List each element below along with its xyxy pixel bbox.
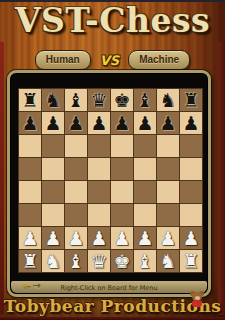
square-g5[interactable]: [157, 158, 179, 180]
square-b4[interactable]: [42, 181, 64, 203]
square-a6[interactable]: [19, 135, 41, 157]
right-wood-edge-strip: [218, 42, 225, 315]
square-h4[interactable]: [180, 181, 202, 203]
white-piece[interactable]: ♟: [134, 227, 156, 249]
square-d3[interactable]: [88, 204, 110, 226]
undo-move-arrow-icon[interactable]: ←: [23, 280, 32, 291]
square-g7[interactable]: ♟: [157, 112, 179, 134]
square-c8[interactable]: ♝: [65, 89, 87, 111]
square-d5[interactable]: [88, 158, 110, 180]
square-d7[interactable]: ♟: [88, 112, 110, 134]
square-g8[interactable]: ♞: [157, 89, 179, 111]
square-f4[interactable]: [134, 181, 156, 203]
black-piece[interactable]: ♟: [65, 112, 87, 134]
black-piece[interactable]: ♜: [19, 89, 41, 111]
square-a7[interactable]: ♟: [19, 112, 41, 134]
square-b1[interactable]: ♞: [42, 250, 64, 272]
square-h7[interactable]: ♟: [180, 112, 202, 134]
square-a1[interactable]: ♜: [19, 250, 41, 272]
white-piece[interactable]: ♟: [111, 227, 133, 249]
square-a3[interactable]: [19, 204, 41, 226]
square-d1[interactable]: ♛: [88, 250, 110, 272]
left-wood-edge-strip: [0, 42, 4, 315]
square-f1[interactable]: ♝: [134, 250, 156, 272]
square-c6[interactable]: [65, 135, 87, 157]
white-piece[interactable]: ♟: [42, 227, 64, 249]
square-f8[interactable]: ♝: [134, 89, 156, 111]
black-piece[interactable]: ♜: [180, 89, 202, 111]
black-piece[interactable]: ♞: [42, 89, 64, 111]
white-piece[interactable]: ♟: [157, 227, 179, 249]
chess-board: ♜♞♝♛♚♝♞♜♟♟♟♟♟♟♟♟♟♟♟♟♟♟♟♟♜♞♝♛♚♝♞♜: [18, 88, 203, 273]
black-piece[interactable]: ♟: [88, 112, 110, 134]
square-h2[interactable]: ♟: [180, 227, 202, 249]
square-e3[interactable]: [111, 204, 133, 226]
square-g2[interactable]: ♟: [157, 227, 179, 249]
square-c2[interactable]: ♟: [65, 227, 87, 249]
square-g1[interactable]: ♞: [157, 250, 179, 272]
board-panel: ♜♞♝♛♚♝♞♜♟♟♟♟♟♟♟♟♟♟♟♟♟♟♟♟♜♞♝♛♚♝♞♜ ←→ Righ…: [7, 70, 211, 297]
black-piece[interactable]: ♟: [134, 112, 156, 134]
square-d6[interactable]: [88, 135, 110, 157]
white-piece[interactable]: ♚: [111, 250, 133, 272]
white-piece[interactable]: ♟: [19, 227, 41, 249]
black-piece[interactable]: ♟: [157, 112, 179, 134]
app-title: VST-Chess: [0, 1, 225, 40]
black-piece[interactable]: ♞: [157, 89, 179, 111]
status-bar: ←→ Right-Click on Board for Menu: [11, 281, 207, 293]
square-g6[interactable]: [157, 135, 179, 157]
square-f5[interactable]: [134, 158, 156, 180]
square-d2[interactable]: ♟: [88, 227, 110, 249]
square-e7[interactable]: ♟: [111, 112, 133, 134]
square-e6[interactable]: [111, 135, 133, 157]
black-piece[interactable]: ♟: [42, 112, 64, 134]
square-f3[interactable]: [134, 204, 156, 226]
machine-player-button[interactable]: Machine: [128, 50, 190, 70]
white-piece[interactable]: ♜: [19, 250, 41, 272]
square-d8[interactable]: ♛: [88, 89, 110, 111]
square-h5[interactable]: [180, 158, 202, 180]
white-piece[interactable]: ♟: [65, 227, 87, 249]
black-piece[interactable]: ♛: [88, 89, 110, 111]
square-c1[interactable]: ♝: [65, 250, 87, 272]
teddy-bear-icon: [190, 291, 204, 307]
square-f2[interactable]: ♟: [134, 227, 156, 249]
move-nav-arrows: ←→: [23, 280, 42, 291]
white-piece[interactable]: ♞: [42, 250, 64, 272]
redo-move-arrow-icon[interactable]: →: [32, 280, 41, 291]
square-f7[interactable]: ♟: [134, 112, 156, 134]
square-b5[interactable]: [42, 158, 64, 180]
black-piece[interactable]: ♝: [65, 89, 87, 111]
human-player-button[interactable]: Human: [35, 50, 91, 70]
square-e4[interactable]: [111, 181, 133, 203]
black-piece[interactable]: ♟: [111, 112, 133, 134]
square-b3[interactable]: [42, 204, 64, 226]
square-h3[interactable]: [180, 204, 202, 226]
square-f6[interactable]: [134, 135, 156, 157]
square-a2[interactable]: ♟: [19, 227, 41, 249]
black-piece[interactable]: ♟: [19, 112, 41, 134]
square-b2[interactable]: ♟: [42, 227, 64, 249]
white-piece[interactable]: ♜: [180, 250, 202, 272]
square-a8[interactable]: ♜: [19, 89, 41, 111]
black-piece[interactable]: ♚: [111, 89, 133, 111]
square-g3[interactable]: [157, 204, 179, 226]
square-a5[interactable]: [19, 158, 41, 180]
square-b8[interactable]: ♞: [42, 89, 64, 111]
white-piece[interactable]: ♟: [88, 227, 110, 249]
square-c7[interactable]: ♟: [65, 112, 87, 134]
vst-chess-window: VST-Chess Human VS Machine ♜♞♝♛♚♝♞♜♟♟♟♟♟…: [0, 0, 225, 320]
square-h6[interactable]: [180, 135, 202, 157]
square-c5[interactable]: [65, 158, 87, 180]
square-a4[interactable]: [19, 181, 41, 203]
square-g4[interactable]: [157, 181, 179, 203]
black-piece[interactable]: ♝: [134, 89, 156, 111]
square-b6[interactable]: [42, 135, 64, 157]
square-d4[interactable]: [88, 181, 110, 203]
white-piece[interactable]: ♝: [65, 250, 87, 272]
white-piece[interactable]: ♝: [134, 250, 156, 272]
vs-label: VS: [100, 53, 119, 68]
square-e2[interactable]: ♟: [111, 227, 133, 249]
square-e8[interactable]: ♚: [111, 89, 133, 111]
square-c3[interactable]: [65, 204, 87, 226]
square-h8[interactable]: ♜: [180, 89, 202, 111]
matchup-row: Human VS Machine: [0, 50, 225, 70]
square-c4[interactable]: [65, 181, 87, 203]
white-piece[interactable]: ♛: [88, 250, 110, 272]
white-piece[interactable]: ♟: [180, 227, 202, 249]
square-e1[interactable]: ♚: [111, 250, 133, 272]
white-piece[interactable]: ♞: [157, 250, 179, 272]
bear-body: [192, 300, 202, 307]
bear-muzzle: [195, 296, 200, 300]
square-b7[interactable]: ♟: [42, 112, 64, 134]
square-e5[interactable]: [111, 158, 133, 180]
black-piece[interactable]: ♟: [180, 112, 202, 134]
square-h1[interactable]: ♜: [180, 250, 202, 272]
